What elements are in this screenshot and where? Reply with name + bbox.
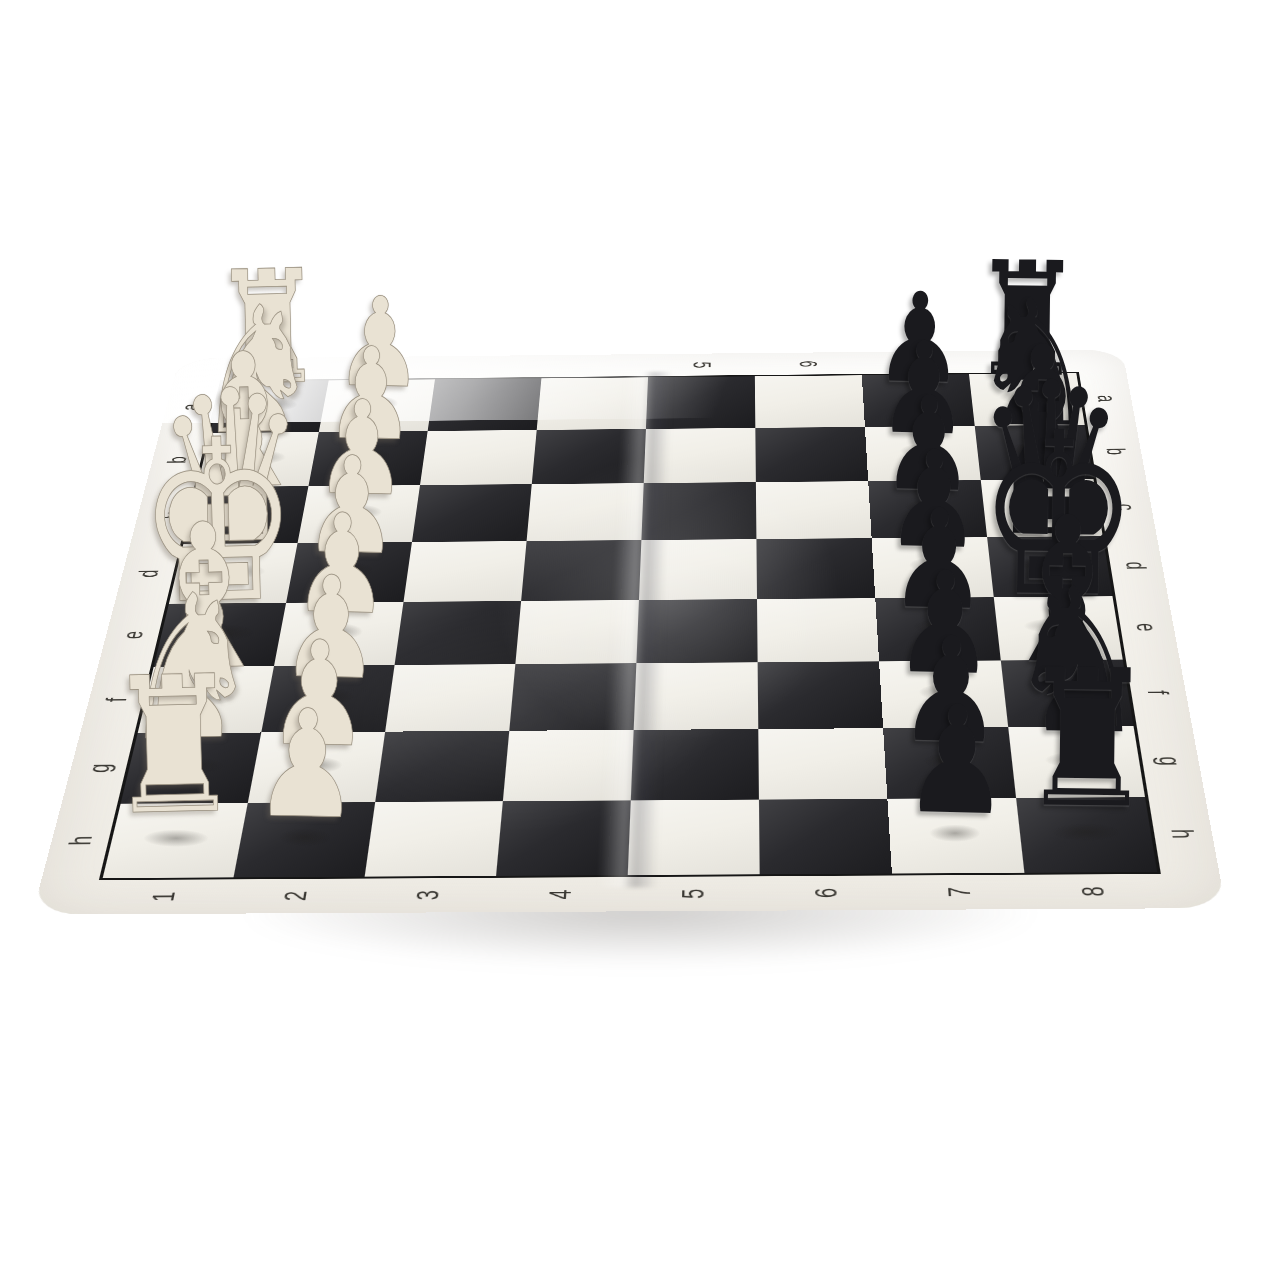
square-g6: [758, 728, 887, 799]
square-h5: [628, 800, 760, 875]
square-d2: [286, 542, 412, 603]
square-e5: [636, 599, 757, 663]
label-file-right-b: b: [1093, 441, 1138, 462]
square-e7: [875, 597, 1001, 661]
label-file-right-g: g: [1144, 748, 1196, 775]
square-a1: [210, 380, 329, 433]
square-g7: [883, 727, 1016, 798]
square-c2: [298, 485, 420, 543]
square-c5: [641, 482, 756, 540]
square-e6: [757, 598, 879, 662]
square-c3: [412, 484, 532, 542]
label-file-left-a: a: [168, 397, 213, 417]
square-f5: [634, 662, 759, 730]
square-f1: [138, 666, 274, 733]
square-d1: [169, 543, 298, 604]
label-rank-near-5: 5: [668, 879, 718, 908]
label-file-right-h: h: [1155, 820, 1209, 848]
square-h4: [496, 800, 631, 875]
square-h7: [887, 798, 1024, 874]
perspective-container: aa1bb2cc3dd4ee55ff66gg7hh8: [0, 0, 1280, 1280]
square-a6: [755, 375, 865, 428]
label-file-left-g: g: [73, 755, 126, 782]
label-file-left-d: d: [124, 562, 173, 585]
label-rank-near-6: 6: [801, 878, 852, 907]
label-file-left-e: e: [108, 623, 158, 647]
square-b6: [755, 427, 868, 482]
label-rank-near-1: 1: [136, 882, 191, 911]
square-a8: [969, 373, 1085, 426]
square-e3: [395, 601, 522, 665]
chess-board: [103, 373, 1157, 878]
square-h1: [103, 803, 248, 878]
square-d7: [872, 537, 994, 598]
square-g5: [631, 729, 759, 800]
square-a4: [537, 377, 648, 430]
square-e1: [154, 603, 286, 667]
square-f8: [1001, 660, 1134, 728]
vinyl-chess-mat: aa1bb2cc3dd4ee55ff66gg7hh8: [32, 349, 1226, 914]
label-file-right-a: a: [1084, 389, 1128, 409]
label-file-left-h: h: [54, 827, 109, 855]
square-c8: [981, 479, 1103, 537]
square-e8: [994, 596, 1123, 660]
square-h8: [1016, 797, 1157, 873]
label-file-left-f: f: [91, 687, 143, 712]
label-file-right-c: c: [1102, 496, 1148, 518]
label-file-right-d: d: [1112, 554, 1160, 577]
square-c6: [756, 481, 872, 539]
square-b7: [865, 426, 981, 481]
square-a7: [862, 374, 975, 427]
square-b4: [532, 429, 646, 484]
square-h2: [234, 802, 376, 877]
label-rank-far-6: 6: [788, 354, 828, 373]
square-f2: [261, 665, 394, 732]
square-f7: [879, 660, 1008, 728]
label-rank-near-7: 7: [934, 878, 986, 907]
square-d5: [639, 539, 757, 600]
square-a3: [428, 378, 542, 431]
square-g4: [503, 730, 634, 801]
square-f6: [758, 661, 884, 729]
label-rank-far-5: 5: [682, 356, 722, 375]
square-b2: [308, 431, 427, 486]
square-f3: [385, 664, 515, 732]
square-g3: [375, 731, 509, 802]
square-a5: [646, 376, 755, 429]
square-a2: [319, 379, 435, 432]
square-d8: [987, 536, 1112, 597]
label-rank-near-4: 4: [535, 880, 586, 909]
label-rank-near-2: 2: [269, 881, 323, 910]
square-h6: [759, 799, 892, 875]
square-c7: [868, 480, 987, 538]
square-g8: [1008, 726, 1145, 798]
square-g1: [121, 733, 262, 804]
square-d6: [756, 538, 875, 599]
chess-set-photo: aa1bb2cc3dd4ee55ff66gg7hh8 ♜♟♟♜♞♟♟♞♝♟♟♝♛…: [0, 0, 1280, 1280]
square-b8: [975, 425, 1094, 480]
square-c4: [527, 483, 644, 541]
square-d4: [521, 540, 641, 601]
square-b5: [644, 428, 756, 483]
label-file-right-f: f: [1132, 680, 1183, 705]
label-file-left-c: c: [140, 505, 187, 527]
square-d3: [403, 541, 526, 602]
label-file-left-b: b: [154, 450, 200, 471]
square-e2: [274, 602, 403, 666]
label-file-right-e: e: [1122, 615, 1171, 639]
camera-roll-wrapper: aa1bb2cc3dd4ee55ff66gg7hh8: [0, 0, 1280, 1280]
square-b3: [420, 430, 537, 485]
square-h3: [365, 801, 503, 876]
square-b1: [197, 432, 319, 487]
label-rank-near-3: 3: [402, 881, 455, 910]
square-f4: [509, 663, 636, 731]
square-g2: [248, 732, 385, 803]
square-c1: [183, 486, 308, 544]
label-rank-near-8: 8: [1067, 877, 1121, 906]
square-e4: [515, 600, 639, 664]
